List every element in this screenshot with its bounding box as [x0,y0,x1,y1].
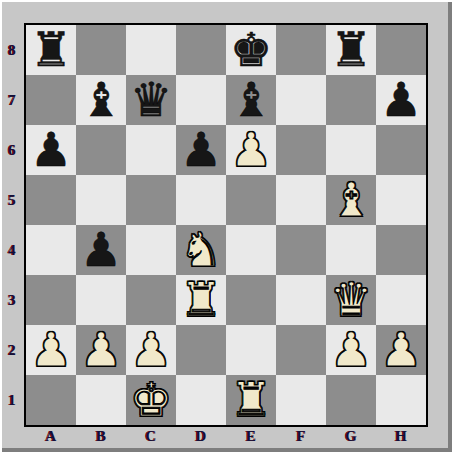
square-e3[interactable] [226,275,276,325]
black-pawn-b4[interactable]: ♟ [80,226,122,273]
file-label-a: A [26,426,76,446]
white-rook-e1[interactable]: ♜ [230,376,272,423]
square-c8[interactable] [126,25,176,75]
white-bishop-g5[interactable]: ♝ [330,176,372,223]
square-h6[interactable] [376,125,426,175]
square-d2[interactable] [176,325,226,375]
file-label-h: H [376,426,426,446]
rank-label-1: 1 [0,375,24,425]
square-b8[interactable] [76,25,126,75]
rank-labels: 87654321 [0,25,24,425]
rank-label-6: 6 [0,125,24,175]
square-h7[interactable]: ♟ [376,75,426,125]
square-c2[interactable]: ♟ [126,325,176,375]
square-c6[interactable] [126,125,176,175]
black-king-e8[interactable]: ♚ [230,26,272,73]
square-a5[interactable] [26,175,76,225]
white-pawn-c2[interactable]: ♟ [130,326,172,373]
file-labels: ABCDEFGH [26,426,426,446]
square-g3[interactable]: ♛ [326,275,376,325]
square-c5[interactable] [126,175,176,225]
square-d3[interactable]: ♜ [176,275,226,325]
square-g2[interactable]: ♟ [326,325,376,375]
square-b6[interactable] [76,125,126,175]
black-pawn-a6[interactable]: ♟ [30,126,72,173]
black-pawn-h7[interactable]: ♟ [380,76,422,123]
square-e6[interactable]: ♟ [226,125,276,175]
black-queen-c7[interactable]: ♛ [130,76,172,123]
square-e4[interactable] [226,225,276,275]
square-c4[interactable] [126,225,176,275]
square-a3[interactable] [26,275,76,325]
square-b7[interactable]: ♝ [76,75,126,125]
square-f6[interactable] [276,125,326,175]
square-d8[interactable] [176,25,226,75]
square-a1[interactable] [26,375,76,425]
square-f3[interactable] [276,275,326,325]
square-h4[interactable] [376,225,426,275]
square-d4[interactable]: ♞ [176,225,226,275]
file-label-c: C [126,426,176,446]
white-king-c1[interactable]: ♚ [130,376,172,423]
square-d5[interactable] [176,175,226,225]
square-f8[interactable] [276,25,326,75]
black-bishop-b7[interactable]: ♝ [80,76,122,123]
square-a4[interactable] [26,225,76,275]
square-a7[interactable] [26,75,76,125]
square-g5[interactable]: ♝ [326,175,376,225]
square-b1[interactable] [76,375,126,425]
square-d1[interactable] [176,375,226,425]
square-g6[interactable] [326,125,376,175]
square-a8[interactable]: ♜ [26,25,76,75]
rank-label-5: 5 [0,175,24,225]
white-pawn-h2[interactable]: ♟ [380,326,422,373]
square-g4[interactable] [326,225,376,275]
square-g1[interactable] [326,375,376,425]
white-queen-g3[interactable]: ♛ [330,276,372,323]
file-label-d: D [176,426,226,446]
square-f2[interactable] [276,325,326,375]
square-g8[interactable]: ♜ [326,25,376,75]
file-label-f: F [276,426,326,446]
black-bishop-e7[interactable]: ♝ [230,76,272,123]
square-h2[interactable]: ♟ [376,325,426,375]
square-f5[interactable] [276,175,326,225]
square-h5[interactable] [376,175,426,225]
square-e2[interactable] [226,325,276,375]
square-h8[interactable] [376,25,426,75]
square-d6[interactable]: ♟ [176,125,226,175]
square-b4[interactable]: ♟ [76,225,126,275]
rank-label-3: 3 [0,275,24,325]
white-pawn-e6[interactable]: ♟ [230,126,272,173]
square-b5[interactable] [76,175,126,225]
diagram-frame: 87654321 ♜♚♜♝♛♝♟♟♟♟♝♟♞♜♛♟♟♟♟♟♚♜ ABCDEFGH [0,0,452,452]
file-label-e: E [226,426,276,446]
square-f7[interactable] [276,75,326,125]
square-f4[interactable] [276,225,326,275]
board-border: ♜♚♜♝♛♝♟♟♟♟♝♟♞♜♛♟♟♟♟♟♚♜ [24,23,428,427]
square-c3[interactable] [126,275,176,325]
square-h1[interactable] [376,375,426,425]
square-e7[interactable]: ♝ [226,75,276,125]
rank-label-8: 8 [0,25,24,75]
white-rook-d3[interactable]: ♜ [180,276,222,323]
file-label-g: G [326,426,376,446]
rank-label-7: 7 [0,75,24,125]
black-pawn-d6[interactable]: ♟ [180,126,222,173]
square-b2[interactable]: ♟ [76,325,126,375]
square-f1[interactable] [276,375,326,425]
rank-label-2: 2 [0,325,24,375]
white-pawn-a2[interactable]: ♟ [30,326,72,373]
square-d7[interactable] [176,75,226,125]
file-label-b: B [76,426,126,446]
square-a6[interactable]: ♟ [26,125,76,175]
rank-label-4: 4 [0,225,24,275]
square-e1[interactable]: ♜ [226,375,276,425]
white-knight-d4[interactable]: ♞ [180,226,222,273]
square-e8[interactable]: ♚ [226,25,276,75]
black-rook-g8[interactable]: ♜ [330,26,372,73]
square-g7[interactable] [326,75,376,125]
black-rook-a8[interactable]: ♜ [30,26,72,73]
white-pawn-b2[interactable]: ♟ [80,326,122,373]
square-e5[interactable] [226,175,276,225]
white-pawn-g2[interactable]: ♟ [330,326,372,373]
square-a2[interactable]: ♟ [26,325,76,375]
square-c7[interactable]: ♛ [126,75,176,125]
square-c1[interactable]: ♚ [126,375,176,425]
square-h3[interactable] [376,275,426,325]
square-b3[interactable] [76,275,126,325]
chess-board: ♜♚♜♝♛♝♟♟♟♟♝♟♞♜♛♟♟♟♟♟♚♜ [26,25,426,425]
